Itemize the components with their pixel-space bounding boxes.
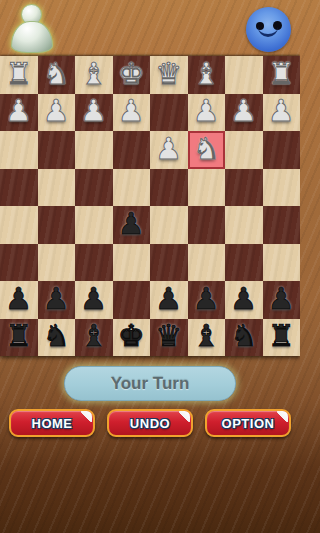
square-a8[interactable]: ♜ — [263, 319, 301, 357]
piece-wP: ♟ — [193, 96, 220, 126]
square-a1[interactable]: ♜ — [263, 56, 301, 94]
piece-bP: ♟ — [118, 209, 145, 239]
square-h8[interactable]: ♜ — [0, 319, 38, 357]
square-h3[interactable] — [0, 131, 38, 169]
piece-wP: ♟ — [5, 96, 32, 126]
square-e2[interactable]: ♟ — [113, 94, 151, 132]
square-b1[interactable] — [225, 56, 263, 94]
square-c4[interactable] — [188, 169, 226, 207]
square-e7[interactable] — [113, 281, 151, 319]
square-e1[interactable]: ♚ — [113, 56, 151, 94]
piece-wR: ♜ — [5, 59, 32, 89]
piece-bP: ♟ — [5, 284, 32, 314]
square-b8[interactable]: ♞ — [225, 319, 263, 357]
square-e8[interactable]: ♚ — [113, 319, 151, 357]
smiley-icon — [246, 7, 291, 52]
square-g6[interactable] — [38, 244, 76, 282]
piece-bQ: ♛ — [155, 321, 182, 351]
piece-bN: ♞ — [43, 321, 70, 351]
square-a3[interactable] — [263, 131, 301, 169]
square-c5[interactable] — [188, 206, 226, 244]
square-c6[interactable] — [188, 244, 226, 282]
piece-wQ: ♛ — [155, 59, 182, 89]
piece-bN: ♞ — [230, 321, 257, 351]
smiley-mouth — [258, 26, 278, 37]
piece-wN: ♞ — [193, 134, 220, 164]
square-h5[interactable] — [0, 206, 38, 244]
square-d4[interactable] — [150, 169, 188, 207]
piece-bR: ♜ — [268, 321, 295, 351]
page-curl-icon — [81, 411, 92, 422]
square-b7[interactable]: ♟ — [225, 281, 263, 319]
square-f3[interactable] — [75, 131, 113, 169]
piece-wK: ♚ — [118, 59, 145, 89]
chess-board: ♜♞♝♚♛♝♜♟♟♟♟♟♟♟♟♞♟♟♟♟♟♟♟♟♜♞♝♚♛♝♞♜ — [0, 56, 300, 356]
square-g3[interactable] — [38, 131, 76, 169]
piece-bP: ♟ — [230, 284, 257, 314]
person-icon-body — [11, 21, 53, 53]
square-f8[interactable]: ♝ — [75, 319, 113, 357]
square-f2[interactable]: ♟ — [75, 94, 113, 132]
piece-bP: ♟ — [155, 284, 182, 314]
square-f1[interactable]: ♝ — [75, 56, 113, 94]
status-banner-text: Your Turn — [111, 374, 190, 394]
square-a4[interactable] — [263, 169, 301, 207]
piece-bP: ♟ — [80, 284, 107, 314]
page-curl-icon — [277, 411, 288, 422]
square-d3[interactable]: ♟ — [150, 131, 188, 169]
square-d7[interactable]: ♟ — [150, 281, 188, 319]
piece-wP: ♟ — [268, 96, 295, 126]
piece-wN: ♞ — [43, 59, 70, 89]
square-d8[interactable]: ♛ — [150, 319, 188, 357]
top-bar — [0, 0, 300, 56]
square-h4[interactable] — [0, 169, 38, 207]
undo-button-label: UNDO — [130, 416, 170, 431]
square-b2[interactable]: ♟ — [225, 94, 263, 132]
square-f4[interactable] — [75, 169, 113, 207]
option-button[interactable]: OPTION — [205, 409, 291, 437]
toolbar: HOME UNDO OPTION — [0, 409, 300, 438]
square-g1[interactable]: ♞ — [38, 56, 76, 94]
square-b6[interactable] — [225, 244, 263, 282]
square-b5[interactable] — [225, 206, 263, 244]
square-h6[interactable] — [0, 244, 38, 282]
square-h1[interactable]: ♜ — [0, 56, 38, 94]
piece-bR: ♜ — [5, 321, 32, 351]
home-button[interactable]: HOME — [9, 409, 95, 437]
square-f5[interactable] — [75, 206, 113, 244]
piece-wB: ♝ — [80, 59, 107, 89]
square-d5[interactable] — [150, 206, 188, 244]
square-h2[interactable]: ♟ — [0, 94, 38, 132]
square-d6[interactable] — [150, 244, 188, 282]
square-g4[interactable] — [38, 169, 76, 207]
page-curl-icon — [179, 411, 190, 422]
square-f7[interactable]: ♟ — [75, 281, 113, 319]
home-button-label: HOME — [32, 416, 73, 431]
square-d1[interactable]: ♛ — [150, 56, 188, 94]
piece-bK: ♚ — [118, 321, 145, 351]
square-g2[interactable]: ♟ — [38, 94, 76, 132]
square-e5[interactable]: ♟ — [113, 206, 151, 244]
square-g5[interactable] — [38, 206, 76, 244]
undo-button[interactable]: UNDO — [107, 409, 193, 437]
square-c2[interactable]: ♟ — [188, 94, 226, 132]
square-c8[interactable]: ♝ — [188, 319, 226, 357]
piece-wR: ♜ — [268, 59, 295, 89]
piece-wP: ♟ — [80, 96, 107, 126]
person-icon — [9, 4, 55, 55]
square-b4[interactable] — [225, 169, 263, 207]
piece-bP: ♟ — [193, 284, 220, 314]
piece-wB: ♝ — [193, 59, 220, 89]
piece-wP: ♟ — [230, 96, 257, 126]
square-g7[interactable]: ♟ — [38, 281, 76, 319]
square-c1[interactable]: ♝ — [188, 56, 226, 94]
square-a5[interactable] — [263, 206, 301, 244]
square-a7[interactable]: ♟ — [263, 281, 301, 319]
square-d2[interactable] — [150, 94, 188, 132]
square-e4[interactable] — [113, 169, 151, 207]
square-a6[interactable] — [263, 244, 301, 282]
square-a2[interactable]: ♟ — [263, 94, 301, 132]
square-c3[interactable]: ♞ — [188, 131, 226, 169]
piece-bP: ♟ — [268, 284, 295, 314]
piece-bP: ♟ — [43, 284, 70, 314]
option-button-label: OPTION — [222, 416, 275, 431]
square-f6[interactable] — [75, 244, 113, 282]
square-b3[interactable] — [225, 131, 263, 169]
square-e6[interactable] — [113, 244, 151, 282]
square-g8[interactable]: ♞ — [38, 319, 76, 357]
square-h7[interactable]: ♟ — [0, 281, 38, 319]
piece-bB: ♝ — [80, 321, 107, 351]
square-e3[interactable] — [113, 131, 151, 169]
piece-wP: ♟ — [118, 96, 145, 126]
status-banner: Your Turn — [64, 366, 236, 401]
piece-wP: ♟ — [43, 96, 70, 126]
piece-wP: ♟ — [155, 134, 182, 164]
piece-bB: ♝ — [193, 321, 220, 351]
square-c7[interactable]: ♟ — [188, 281, 226, 319]
